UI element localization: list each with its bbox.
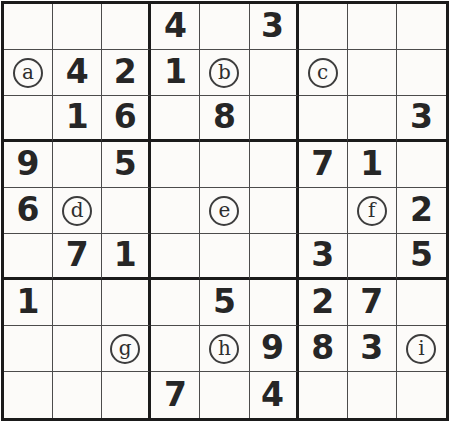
cell-r6c4[interactable] bbox=[151, 234, 200, 280]
cell-r8c6[interactable]: 9 bbox=[250, 326, 299, 372]
cell-r1c8[interactable] bbox=[348, 4, 397, 50]
circled-letter-h-icon: h bbox=[209, 334, 239, 364]
cell-r2c1[interactable]: a bbox=[4, 50, 53, 96]
given-digit: 3 bbox=[360, 331, 383, 364]
circled-letter-c-icon: c bbox=[308, 58, 338, 88]
cell-r4c5[interactable] bbox=[200, 142, 249, 188]
cell-r7c1[interactable]: 1 bbox=[4, 280, 53, 326]
given-digit: 2 bbox=[114, 55, 137, 88]
given-digit: 4 bbox=[66, 55, 89, 88]
given-digit: 3 bbox=[261, 9, 284, 42]
cell-r6c1[interactable] bbox=[4, 234, 53, 280]
given-digit: 1 bbox=[66, 100, 89, 133]
cell-r3c1[interactable] bbox=[4, 96, 53, 142]
cell-r9c4[interactable]: 7 bbox=[151, 372, 200, 418]
cell-r9c7[interactable] bbox=[299, 372, 348, 418]
cell-r8c9[interactable]: i bbox=[397, 326, 446, 372]
cell-r6c8[interactable] bbox=[348, 234, 397, 280]
given-digit: 7 bbox=[311, 147, 334, 180]
cell-r3c9[interactable]: 3 bbox=[397, 96, 446, 142]
cell-r1c1[interactable] bbox=[4, 4, 53, 50]
given-digit: 2 bbox=[311, 285, 334, 318]
given-digit: 7 bbox=[66, 238, 89, 271]
given-digit: 8 bbox=[213, 100, 236, 133]
cell-r6c5[interactable] bbox=[200, 234, 249, 280]
cell-r2c5[interactable]: b bbox=[200, 50, 249, 96]
cell-r4c9[interactable] bbox=[397, 142, 446, 188]
cell-r1c9[interactable] bbox=[397, 4, 446, 50]
circled-letter-e-icon: e bbox=[209, 196, 239, 226]
cell-r6c6[interactable] bbox=[250, 234, 299, 280]
given-digit: 1 bbox=[164, 55, 187, 88]
cell-r3c3[interactable]: 6 bbox=[102, 96, 151, 142]
cell-r4c1[interactable]: 9 bbox=[4, 142, 53, 188]
cell-r2c6[interactable] bbox=[250, 50, 299, 96]
circled-letter-i-icon: i bbox=[406, 334, 436, 364]
cell-r4c6[interactable] bbox=[250, 142, 299, 188]
given-digit: 6 bbox=[114, 100, 137, 133]
given-digit: 5 bbox=[410, 238, 433, 271]
circled-letter-d-icon: d bbox=[62, 196, 92, 226]
cell-r3c2[interactable]: 1 bbox=[53, 96, 102, 142]
cell-r5c7[interactable] bbox=[299, 188, 348, 234]
cell-r2c2[interactable]: 4 bbox=[53, 50, 102, 96]
cell-r7c9[interactable] bbox=[397, 280, 446, 326]
given-digit: 3 bbox=[311, 238, 334, 271]
cell-r1c7[interactable] bbox=[299, 4, 348, 50]
cell-r5c9[interactable]: 2 bbox=[397, 188, 446, 234]
cell-r7c4[interactable] bbox=[151, 280, 200, 326]
cell-r4c7[interactable]: 7 bbox=[299, 142, 348, 188]
cell-r2c7[interactable]: c bbox=[299, 50, 348, 96]
given-digit: 6 bbox=[17, 193, 40, 226]
given-digit: 8 bbox=[311, 331, 334, 364]
cell-r5c8[interactable]: f bbox=[348, 188, 397, 234]
cell-r3c5[interactable]: 8 bbox=[200, 96, 249, 142]
cell-r8c1[interactable] bbox=[4, 326, 53, 372]
given-digit: 5 bbox=[213, 285, 236, 318]
cell-r7c8[interactable]: 7 bbox=[348, 280, 397, 326]
cell-r3c8[interactable] bbox=[348, 96, 397, 142]
cell-r4c8[interactable]: 1 bbox=[348, 142, 397, 188]
cell-r1c6[interactable]: 3 bbox=[250, 4, 299, 50]
given-digit: 4 bbox=[261, 378, 284, 411]
cell-r4c2[interactable] bbox=[53, 142, 102, 188]
cell-r3c7[interactable] bbox=[299, 96, 348, 142]
cell-r7c6[interactable] bbox=[250, 280, 299, 326]
sudoku-page: 43a421bc168395716def271351527gh983i74 bbox=[0, 0, 450, 422]
cell-r3c6[interactable] bbox=[250, 96, 299, 142]
cell-r1c4[interactable]: 4 bbox=[151, 4, 200, 50]
cell-r7c7[interactable]: 2 bbox=[299, 280, 348, 326]
cell-r9c2[interactable] bbox=[53, 372, 102, 418]
cell-r2c4[interactable]: 1 bbox=[151, 50, 200, 96]
cell-r5c1[interactable]: 6 bbox=[4, 188, 53, 234]
cell-r6c7[interactable]: 3 bbox=[299, 234, 348, 280]
cell-r8c3[interactable]: g bbox=[102, 326, 151, 372]
cell-r5c5[interactable]: e bbox=[200, 188, 249, 234]
cell-r1c3[interactable] bbox=[102, 4, 151, 50]
given-digit: 9 bbox=[261, 331, 284, 364]
given-digit: 9 bbox=[17, 147, 40, 180]
cell-r6c2[interactable]: 7 bbox=[53, 234, 102, 280]
cell-r4c3[interactable]: 5 bbox=[102, 142, 151, 188]
cell-r3c4[interactable] bbox=[151, 96, 200, 142]
cell-r9c6[interactable]: 4 bbox=[250, 372, 299, 418]
circled-letter-g-icon: g bbox=[110, 334, 140, 364]
cell-r9c1[interactable] bbox=[4, 372, 53, 418]
given-digit: 7 bbox=[164, 378, 187, 411]
cell-r8c5[interactable]: h bbox=[200, 326, 249, 372]
cell-r5c3[interactable] bbox=[102, 188, 151, 234]
cell-r8c4[interactable] bbox=[151, 326, 200, 372]
given-digit: 7 bbox=[360, 285, 383, 318]
cell-r7c3[interactable] bbox=[102, 280, 151, 326]
cell-r9c9[interactable] bbox=[397, 372, 446, 418]
cell-r5c4[interactable] bbox=[151, 188, 200, 234]
given-digit: 1 bbox=[114, 238, 137, 271]
cell-r9c3[interactable] bbox=[102, 372, 151, 418]
given-digit: 1 bbox=[360, 147, 383, 180]
circled-letter-b-icon: b bbox=[209, 58, 239, 88]
circled-letter-f-icon: f bbox=[357, 196, 387, 226]
given-digit: 4 bbox=[164, 9, 187, 42]
circled-letter-a-icon: a bbox=[13, 58, 43, 88]
cell-r1c5[interactable] bbox=[200, 4, 249, 50]
cell-r8c2[interactable] bbox=[53, 326, 102, 372]
cell-r2c9[interactable] bbox=[397, 50, 446, 96]
cell-r5c2[interactable]: d bbox=[53, 188, 102, 234]
cell-r6c9[interactable]: 5 bbox=[397, 234, 446, 280]
given-digit: 3 bbox=[410, 100, 433, 133]
cell-r7c5[interactable]: 5 bbox=[200, 280, 249, 326]
cell-r2c3[interactable]: 2 bbox=[102, 50, 151, 96]
cell-r4c4[interactable] bbox=[151, 142, 200, 188]
cell-r9c5[interactable] bbox=[200, 372, 249, 418]
cell-r2c8[interactable] bbox=[348, 50, 397, 96]
sudoku-grid: 43a421bc168395716def271351527gh983i74 bbox=[1, 1, 449, 421]
given-digit: 5 bbox=[114, 147, 137, 180]
cell-r1c2[interactable] bbox=[53, 4, 102, 50]
cell-r8c7[interactable]: 8 bbox=[299, 326, 348, 372]
given-digit: 1 bbox=[17, 285, 40, 318]
cell-r5c6[interactable] bbox=[250, 188, 299, 234]
cell-r7c2[interactable] bbox=[53, 280, 102, 326]
cell-r9c8[interactable] bbox=[348, 372, 397, 418]
given-digit: 2 bbox=[410, 193, 433, 226]
cell-r8c8[interactable]: 3 bbox=[348, 326, 397, 372]
cell-r6c3[interactable]: 1 bbox=[102, 234, 151, 280]
